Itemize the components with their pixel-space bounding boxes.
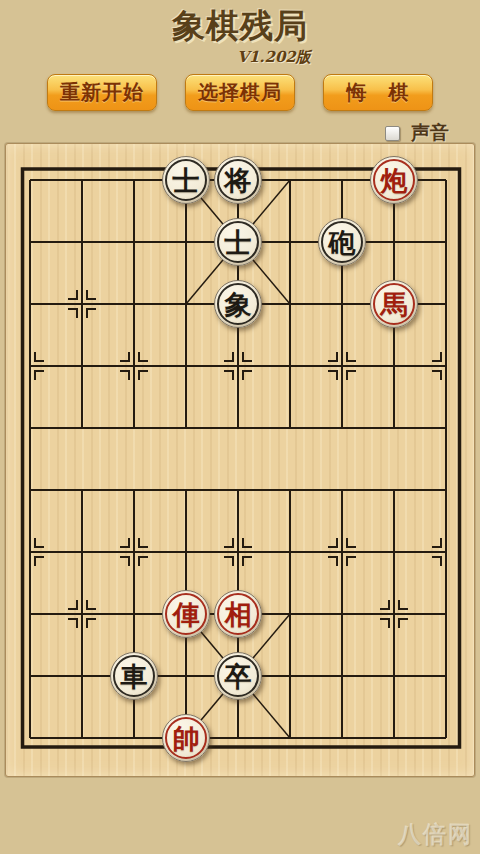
intersection-f6-r6[interactable] bbox=[316, 521, 368, 583]
sound-row: 声音 bbox=[0, 111, 480, 146]
piece-士[interactable]: 士 bbox=[162, 156, 210, 204]
intersection-f2-r6[interactable] bbox=[108, 521, 160, 583]
intersection-f2-r3[interactable] bbox=[108, 335, 160, 397]
intersection-f0-r1[interactable] bbox=[4, 211, 56, 273]
intersection-f4-r3[interactable] bbox=[212, 335, 264, 397]
intersection-f5-r2[interactable] bbox=[264, 273, 316, 335]
piece-炮[interactable]: 炮 bbox=[370, 156, 418, 204]
intersection-f7-r3[interactable] bbox=[368, 335, 420, 397]
intersection-f4-r1[interactable]: 士 bbox=[212, 211, 264, 273]
intersection-f0-r5[interactable] bbox=[4, 459, 56, 521]
intersection-f6-r0[interactable] bbox=[316, 149, 368, 211]
intersection-f7-r0[interactable]: 炮 bbox=[368, 149, 420, 211]
piece-label: 車 bbox=[121, 663, 148, 690]
piece-label: 士 bbox=[225, 229, 252, 256]
piece-label: 俥 bbox=[173, 601, 200, 628]
intersection-f6-r9[interactable] bbox=[316, 707, 368, 769]
intersection-f6-r2[interactable] bbox=[316, 273, 368, 335]
intersection-f4-r6[interactable] bbox=[212, 521, 264, 583]
intersection-f8-r3[interactable] bbox=[420, 335, 472, 397]
intersection-f4-r5[interactable] bbox=[212, 459, 264, 521]
intersection-f7-r5[interactable] bbox=[368, 459, 420, 521]
intersection-f5-r4[interactable] bbox=[264, 397, 316, 459]
title-block: 象棋残局 V1.202版 bbox=[0, 0, 480, 67]
intersection-f3-r2[interactable] bbox=[160, 273, 212, 335]
piece-label: 卒 bbox=[225, 663, 252, 690]
intersection-f3-r5[interactable] bbox=[160, 459, 212, 521]
intersection-f3-r8[interactable] bbox=[160, 645, 212, 707]
intersection-f1-r5[interactable] bbox=[56, 459, 108, 521]
header: 象棋残局 V1.202版 重新开始 选择棋局 悔 棋 声音 bbox=[0, 0, 480, 138]
sound-checkbox[interactable] bbox=[385, 126, 400, 141]
intersection-f8-r8[interactable] bbox=[420, 645, 472, 707]
board-grid: 士将炮士砲象馬俥相車卒帥 bbox=[4, 149, 472, 769]
intersection-f8-r5[interactable] bbox=[420, 459, 472, 521]
intersection-f1-r0[interactable] bbox=[56, 149, 108, 211]
intersection-f8-r2[interactable] bbox=[420, 273, 472, 335]
piece-俥[interactable]: 俥 bbox=[162, 590, 210, 638]
intersection-f0-r9[interactable] bbox=[4, 707, 56, 769]
intersection-f4-r0[interactable]: 将 bbox=[212, 149, 264, 211]
intersection-f5-r7[interactable] bbox=[264, 583, 316, 645]
piece-卒[interactable]: 卒 bbox=[214, 652, 262, 700]
intersection-f0-r3[interactable] bbox=[4, 335, 56, 397]
intersection-f3-r7[interactable]: 俥 bbox=[160, 583, 212, 645]
intersection-f8-r7[interactable] bbox=[420, 583, 472, 645]
intersection-f5-r1[interactable] bbox=[264, 211, 316, 273]
intersection-f7-r7[interactable] bbox=[368, 583, 420, 645]
intersection-f1-r1[interactable] bbox=[56, 211, 108, 273]
piece-馬[interactable]: 馬 bbox=[370, 280, 418, 328]
intersection-f5-r6[interactable] bbox=[264, 521, 316, 583]
intersection-f5-r9[interactable] bbox=[264, 707, 316, 769]
intersection-f3-r9[interactable]: 帥 bbox=[160, 707, 212, 769]
piece-label: 砲 bbox=[329, 229, 356, 256]
intersection-f8-r6[interactable] bbox=[420, 521, 472, 583]
watermark: 八倍网 bbox=[398, 819, 473, 850]
intersection-f2-r8[interactable]: 車 bbox=[108, 645, 160, 707]
intersection-f2-r1[interactable] bbox=[108, 211, 160, 273]
piece-将[interactable]: 将 bbox=[214, 156, 262, 204]
intersection-f5-r0[interactable] bbox=[264, 149, 316, 211]
intersection-f6-r4[interactable] bbox=[316, 397, 368, 459]
intersection-f2-r7[interactable] bbox=[108, 583, 160, 645]
intersection-f6-r3[interactable] bbox=[316, 335, 368, 397]
version-label: V1.202版 bbox=[34, 48, 480, 67]
piece-label: 士 bbox=[173, 167, 200, 194]
piece-label: 象 bbox=[225, 291, 252, 318]
piece-砲[interactable]: 砲 bbox=[318, 218, 366, 266]
intersection-f1-r9[interactable] bbox=[56, 707, 108, 769]
intersection-f5-r3[interactable] bbox=[264, 335, 316, 397]
intersection-f4-r9[interactable] bbox=[212, 707, 264, 769]
intersection-f1-r4[interactable] bbox=[56, 397, 108, 459]
piece-label: 帥 bbox=[173, 725, 200, 752]
intersection-f4-r7[interactable]: 相 bbox=[212, 583, 264, 645]
intersection-f6-r7[interactable] bbox=[316, 583, 368, 645]
intersection-f3-r4[interactable] bbox=[160, 397, 212, 459]
intersection-f0-r6[interactable] bbox=[4, 521, 56, 583]
intersection-f6-r8[interactable] bbox=[316, 645, 368, 707]
piece-象[interactable]: 象 bbox=[214, 280, 262, 328]
intersection-f7-r8[interactable] bbox=[368, 645, 420, 707]
intersection-f2-r0[interactable] bbox=[108, 149, 160, 211]
piece-label: 相 bbox=[225, 601, 252, 628]
piece-label: 馬 bbox=[381, 291, 408, 318]
intersection-f1-r6[interactable] bbox=[56, 521, 108, 583]
intersection-f4-r4[interactable] bbox=[212, 397, 264, 459]
intersection-f8-r9[interactable] bbox=[420, 707, 472, 769]
intersection-f2-r9[interactable] bbox=[108, 707, 160, 769]
piece-label: 将 bbox=[225, 167, 252, 194]
intersection-f3-r1[interactable] bbox=[160, 211, 212, 273]
intersection-f3-r3[interactable] bbox=[160, 335, 212, 397]
restart-button[interactable]: 重新开始 bbox=[47, 74, 157, 111]
piece-label: 炮 bbox=[381, 167, 408, 194]
intersection-f8-r1[interactable] bbox=[420, 211, 472, 273]
select-game-button[interactable]: 选择棋局 bbox=[185, 74, 295, 111]
intersection-f7-r6[interactable] bbox=[368, 521, 420, 583]
intersection-f0-r4[interactable] bbox=[4, 397, 56, 459]
intersection-f1-r3[interactable] bbox=[56, 335, 108, 397]
intersection-f8-r4[interactable] bbox=[420, 397, 472, 459]
intersection-f6-r5[interactable] bbox=[316, 459, 368, 521]
intersection-f6-r1[interactable]: 砲 bbox=[316, 211, 368, 273]
intersection-f2-r4[interactable] bbox=[108, 397, 160, 459]
intersection-f1-r8[interactable] bbox=[56, 645, 108, 707]
undo-button[interactable]: 悔 棋 bbox=[323, 74, 433, 111]
xiangqi-board: 士将炮士砲象馬俥相車卒帥 bbox=[5, 143, 475, 777]
intersection-f5-r5[interactable] bbox=[264, 459, 316, 521]
intersection-f2-r5[interactable] bbox=[108, 459, 160, 521]
app-title: 象棋残局 bbox=[172, 6, 308, 45]
intersection-f5-r8[interactable] bbox=[264, 645, 316, 707]
button-bar: 重新开始 选择棋局 悔 棋 bbox=[0, 67, 480, 111]
intersection-f0-r7[interactable] bbox=[4, 583, 56, 645]
piece-帥[interactable]: 帥 bbox=[162, 714, 210, 762]
intersection-f7-r9[interactable] bbox=[368, 707, 420, 769]
intersection-f7-r1[interactable] bbox=[368, 211, 420, 273]
intersection-f1-r7[interactable] bbox=[56, 583, 108, 645]
intersection-f0-r2[interactable] bbox=[4, 273, 56, 335]
piece-車[interactable]: 車 bbox=[110, 652, 158, 700]
intersection-f1-r2[interactable] bbox=[56, 273, 108, 335]
intersection-f7-r2[interactable]: 馬 bbox=[368, 273, 420, 335]
intersection-f3-r0[interactable]: 士 bbox=[160, 149, 212, 211]
intersection-f4-r8[interactable]: 卒 bbox=[212, 645, 264, 707]
intersection-f0-r0[interactable] bbox=[4, 149, 56, 211]
intersection-f4-r2[interactable]: 象 bbox=[212, 273, 264, 335]
intersection-f0-r8[interactable] bbox=[4, 645, 56, 707]
piece-相[interactable]: 相 bbox=[214, 590, 262, 638]
intersection-f2-r2[interactable] bbox=[108, 273, 160, 335]
intersection-f8-r0[interactable] bbox=[420, 149, 472, 211]
intersection-f7-r4[interactable] bbox=[368, 397, 420, 459]
piece-士[interactable]: 士 bbox=[214, 218, 262, 266]
intersection-f3-r6[interactable] bbox=[160, 521, 212, 583]
